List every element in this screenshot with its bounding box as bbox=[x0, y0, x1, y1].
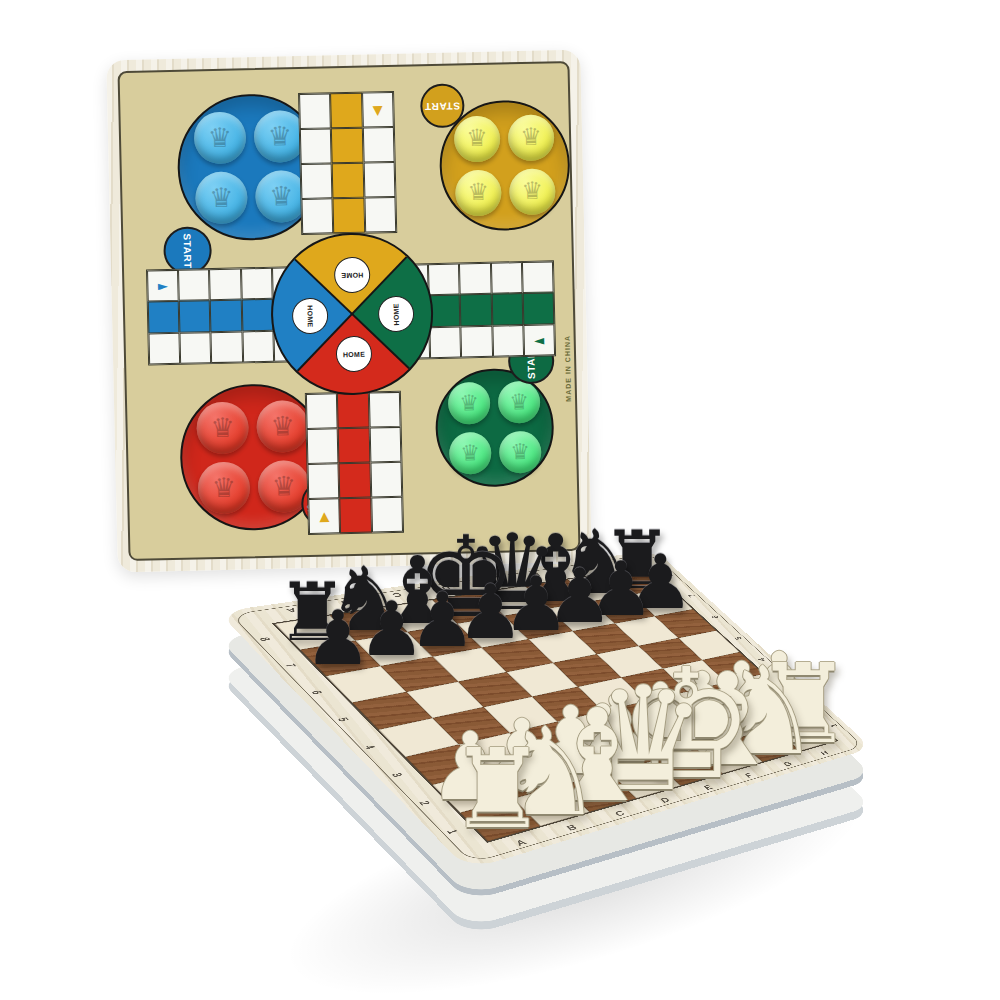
ludo-track-cell bbox=[242, 330, 274, 362]
ludo-token-yellow[interactable]: ♛ bbox=[454, 116, 501, 163]
ludo-token-red[interactable]: ♛ bbox=[196, 401, 249, 454]
product-photo: ♛♛♛♛ ♛♛♛♛ ♛♛♛♛ ♛♛♛♛ START START START ST… bbox=[0, 0, 1000, 1000]
ludo-yard-green: ♛♛♛♛ bbox=[434, 367, 555, 488]
ludo-track-arrow-icon: ▼ bbox=[373, 103, 383, 116]
ludo-token-green[interactable]: ♛ bbox=[499, 431, 542, 474]
ludo-track-cell bbox=[459, 263, 491, 295]
ludo-track-cell bbox=[430, 326, 462, 358]
ludo-token-green[interactable]: ♛ bbox=[448, 382, 491, 425]
ludo-track-cell bbox=[362, 127, 394, 163]
chess-piece-black-pawn-a7[interactable]: ♟ bbox=[304, 601, 371, 676]
ludo-track-cell bbox=[179, 300, 211, 332]
ludo-track-cell bbox=[330, 93, 362, 129]
token-crown-icon: ♛ bbox=[268, 123, 293, 151]
ludo-track-cell: ▲ bbox=[308, 498, 340, 534]
ludo-track-cell bbox=[369, 392, 401, 428]
ludo-track-cell bbox=[241, 299, 273, 331]
token-crown-icon: ♛ bbox=[509, 391, 529, 413]
token-crown-icon: ♛ bbox=[460, 442, 480, 464]
ludo-token-green[interactable]: ♛ bbox=[449, 432, 492, 475]
ludo-home-circle-top: HOME bbox=[334, 257, 371, 294]
ludo-track-cell: ▼ bbox=[362, 92, 394, 128]
ludo-yard-red-tokens: ♛♛♛♛ bbox=[196, 400, 311, 515]
ludo-board-lid: ♛♛♛♛ ♛♛♛♛ ♛♛♛♛ ♛♛♛♛ START START START ST… bbox=[106, 50, 591, 573]
token-crown-icon: ♛ bbox=[510, 441, 530, 463]
ludo-track-cell bbox=[492, 325, 524, 357]
token-crown-icon: ♛ bbox=[270, 413, 295, 441]
ludo-track-cell bbox=[307, 463, 339, 499]
ludo-token-green[interactable]: ♛ bbox=[498, 381, 541, 424]
ludo-track-cell bbox=[209, 268, 241, 300]
home-label: HOME bbox=[392, 303, 400, 325]
ludo-track-cell bbox=[307, 428, 339, 464]
ludo-track-cell bbox=[306, 393, 338, 429]
token-crown-icon: ♛ bbox=[212, 474, 237, 502]
ludo-token-blue[interactable]: ♛ bbox=[193, 111, 246, 164]
ludo-token-yellow[interactable]: ♛ bbox=[508, 114, 555, 161]
ludo-track-cell bbox=[299, 93, 331, 129]
ludo-track-cell bbox=[301, 198, 333, 234]
ludo-track-cell bbox=[178, 269, 210, 301]
ludo-track-cell bbox=[491, 262, 523, 294]
ludo-track-cell bbox=[491, 293, 523, 325]
ludo-track-arm-bottom: ▲ bbox=[305, 391, 404, 535]
ludo-track-cell bbox=[148, 301, 180, 333]
home-label: HOME bbox=[343, 350, 365, 358]
ludo-track-cell bbox=[522, 261, 554, 293]
ludo-track-cell: ► bbox=[147, 270, 179, 302]
token-crown-icon: ♛ bbox=[210, 414, 235, 442]
ludo-home-circle-bottom: HOME bbox=[336, 335, 373, 372]
ludo-track-cell bbox=[364, 197, 396, 233]
ludo-track-cell bbox=[339, 463, 371, 499]
ludo-token-yellow[interactable]: ♛ bbox=[455, 170, 502, 217]
ludo-track-cell bbox=[363, 162, 395, 198]
ludo-track-arrow-icon: ► bbox=[158, 279, 168, 292]
ludo-track-cell bbox=[460, 294, 492, 326]
ludo-track-arrow-icon: ◄ bbox=[534, 333, 544, 346]
start-label: START bbox=[182, 233, 194, 269]
ludo-track-cell bbox=[301, 163, 333, 199]
start-label: START bbox=[424, 100, 460, 112]
ludo-home-circle-left: HOME bbox=[292, 297, 329, 334]
ludo-track-cell bbox=[331, 128, 363, 164]
ludo-track-cell bbox=[300, 128, 332, 164]
ludo-track-cell bbox=[428, 263, 460, 295]
ludo-track-cell bbox=[461, 325, 493, 357]
home-label: HOME bbox=[306, 305, 314, 327]
ludo-track-arm-top: ▼ bbox=[298, 91, 397, 235]
ludo-track-cell bbox=[369, 427, 401, 463]
ludo-board-face: ♛♛♛♛ ♛♛♛♛ ♛♛♛♛ ♛♛♛♛ START START START ST… bbox=[117, 61, 580, 561]
ludo-token-red[interactable]: ♛ bbox=[256, 400, 309, 453]
ludo-track-cell bbox=[211, 331, 243, 363]
ludo-track-cell bbox=[371, 497, 403, 533]
token-crown-icon: ♛ bbox=[272, 473, 297, 501]
ludo-track-cell bbox=[337, 393, 369, 429]
ludo-token-yellow[interactable]: ♛ bbox=[509, 168, 556, 215]
token-crown-icon: ♛ bbox=[459, 392, 479, 414]
ludo-yard-yellow-tokens: ♛♛♛♛ bbox=[454, 114, 556, 216]
token-crown-icon: ♛ bbox=[269, 183, 294, 211]
chess-piece-white-rook-a1[interactable]: ♜ bbox=[449, 735, 547, 845]
ludo-track-cell bbox=[340, 498, 372, 534]
made-in-china-label: MADE IN CHINA bbox=[564, 335, 573, 402]
home-label: HOME bbox=[341, 271, 363, 279]
token-crown-icon: ♛ bbox=[466, 127, 488, 151]
ludo-track-cell bbox=[370, 462, 402, 498]
ludo-token-red[interactable]: ♛ bbox=[197, 461, 250, 514]
ludo-yard-green-tokens: ♛♛♛♛ bbox=[448, 381, 542, 475]
ludo-track-cell bbox=[210, 300, 242, 332]
ludo-yard-blue-tokens: ♛♛♛♛ bbox=[193, 110, 308, 225]
ludo-track-cell: ◄ bbox=[523, 324, 555, 356]
ludo-track-cell bbox=[148, 333, 180, 365]
ludo-track-cell bbox=[180, 332, 212, 364]
ludo-track-arrow-icon: ▲ bbox=[319, 510, 329, 523]
token-crown-icon: ♛ bbox=[208, 124, 233, 152]
ludo-track-cell bbox=[332, 163, 364, 199]
token-crown-icon: ♛ bbox=[520, 126, 542, 150]
ludo-track-cell bbox=[338, 428, 370, 464]
ludo-token-blue[interactable]: ♛ bbox=[195, 171, 248, 224]
ludo-track-cell bbox=[333, 198, 365, 234]
ludo-track-cell bbox=[522, 293, 554, 325]
ludo-track-cell bbox=[429, 295, 461, 327]
token-crown-icon: ♛ bbox=[209, 184, 234, 212]
ludo-track-cell bbox=[241, 268, 273, 300]
token-crown-icon: ♛ bbox=[467, 181, 489, 205]
ludo-home-circle-right: HOME bbox=[378, 296, 415, 333]
ludo-home-hub: HOME HOME HOME HOME bbox=[269, 231, 435, 397]
token-crown-icon: ♛ bbox=[521, 180, 543, 204]
